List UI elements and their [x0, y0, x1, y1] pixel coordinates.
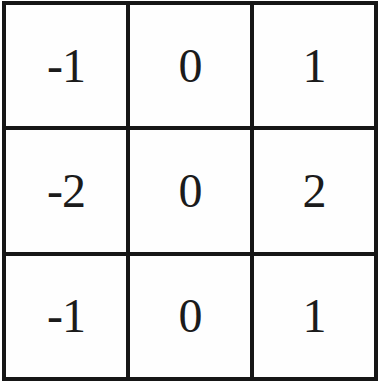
cell-r1c1: -1 — [6, 5, 126, 126]
cell-r2c1: -2 — [6, 130, 126, 251]
cell-r2c3: 2 — [254, 130, 374, 251]
cell-r3c3: 1 — [254, 256, 374, 377]
matrix-diagram: -1 0 1 -2 0 2 -1 0 1 — [0, 0, 381, 383]
kernel-grid: -1 0 1 -2 0 2 -1 0 1 — [2, 1, 378, 381]
cell-r3c2: 0 — [130, 256, 250, 377]
cell-r1c2: 0 — [130, 5, 250, 126]
cell-r1c3: 1 — [254, 5, 374, 126]
cell-r2c2: 0 — [130, 130, 250, 251]
cell-r3c1: -1 — [6, 256, 126, 377]
